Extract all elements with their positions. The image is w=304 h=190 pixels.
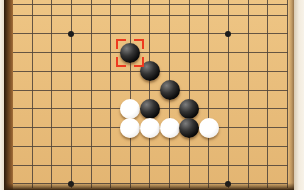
page-edge-right — [294, 0, 304, 190]
board-surface[interactable] — [4, 0, 295, 190]
board-frame-left — [4, 0, 14, 190]
board-frame-bottom — [4, 183, 295, 190]
gomoku-board — [0, 0, 304, 190]
